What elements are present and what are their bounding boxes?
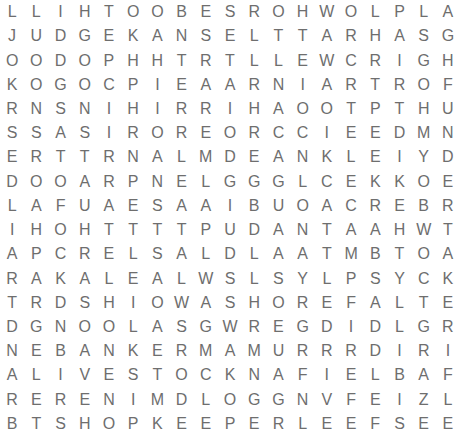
grid-cell-r3c11[interactable]: L (242, 48, 266, 72)
grid-cell-r15c15[interactable]: R (339, 339, 363, 363)
grid-cell-r11c17[interactable]: T (387, 242, 411, 266)
grid-cell-r2c18[interactable]: S (412, 24, 436, 48)
grid-cell-r18c8[interactable]: E (169, 412, 193, 436)
grid-cell-r2c4[interactable]: G (73, 24, 97, 48)
grid-cell-r1c14[interactable]: W (315, 0, 339, 24)
grid-cell-r9c13[interactable]: O (291, 194, 315, 218)
grid-cell-r1c6[interactable]: O (121, 0, 145, 24)
grid-cell-r6c2[interactable]: S (24, 121, 48, 145)
grid-cell-r13c7[interactable]: O (145, 291, 169, 315)
grid-cell-r5c7[interactable]: I (145, 97, 169, 121)
grid-cell-r8c10[interactable]: G (218, 170, 242, 194)
grid-cell-r12c1[interactable]: R (0, 266, 24, 290)
grid-cell-r4c9[interactable]: A (194, 73, 218, 97)
grid-cell-r8c18[interactable]: O (412, 170, 436, 194)
grid-cell-r3c1[interactable]: O (0, 48, 24, 72)
grid-cell-r9c12[interactable]: U (266, 194, 290, 218)
grid-cell-r18c1[interactable]: B (0, 412, 24, 436)
grid-cell-r3c13[interactable]: E (291, 48, 315, 72)
grid-cell-r17c11[interactable]: G (242, 388, 266, 412)
grid-cell-r6c4[interactable]: S (73, 121, 97, 145)
grid-cell-r4c6[interactable]: P (121, 73, 145, 97)
grid-cell-r5c1[interactable]: R (0, 97, 24, 121)
grid-cell-r1c11[interactable]: R (242, 0, 266, 24)
grid-cell-r13c15[interactable]: F (339, 291, 363, 315)
grid-cell-r13c3[interactable]: D (48, 291, 72, 315)
grid-cell-r5c4[interactable]: N (73, 97, 97, 121)
grid-cell-r6c12[interactable]: C (266, 121, 290, 145)
grid-cell-r11c4[interactable]: R (73, 242, 97, 266)
grid-cell-r4c5[interactable]: C (97, 73, 121, 97)
grid-cell-r17c18[interactable]: Z (412, 388, 436, 412)
grid-cell-r16c4[interactable]: V (73, 363, 97, 387)
grid-cell-r18c11[interactable]: E (242, 412, 266, 436)
grid-cell-r16c6[interactable]: S (121, 363, 145, 387)
grid-cell-r3c6[interactable]: H (121, 48, 145, 72)
grid-cell-r1c12[interactable]: O (266, 0, 290, 24)
grid-cell-r10c13[interactable]: N (291, 218, 315, 242)
grid-cell-r10c8[interactable]: T (169, 218, 193, 242)
grid-cell-r18c15[interactable]: E (339, 412, 363, 436)
grid-cell-r8c8[interactable]: E (169, 170, 193, 194)
grid-cell-r1c15[interactable]: O (339, 0, 363, 24)
grid-cell-r12c11[interactable]: L (242, 266, 266, 290)
grid-cell-r6c15[interactable]: E (339, 121, 363, 145)
grid-cell-r1c19[interactable]: A (436, 0, 460, 24)
grid-cell-r12c16[interactable]: S (363, 266, 387, 290)
grid-cell-r13c1[interactable]: T (0, 291, 24, 315)
grid-cell-r8c13[interactable]: L (291, 170, 315, 194)
grid-cell-r3c9[interactable]: R (194, 48, 218, 72)
grid-cell-r13c16[interactable]: A (363, 291, 387, 315)
grid-cell-r14c11[interactable]: R (242, 315, 266, 339)
grid-cell-r15c2[interactable]: E (24, 339, 48, 363)
grid-cell-r16c18[interactable]: A (412, 363, 436, 387)
grid-cell-r14c19[interactable]: R (436, 315, 460, 339)
grid-cell-r16c17[interactable]: B (387, 363, 411, 387)
grid-cell-r8c6[interactable]: P (121, 170, 145, 194)
grid-cell-r5c14[interactable]: O (315, 97, 339, 121)
grid-cell-r3c5[interactable]: P (97, 48, 121, 72)
grid-cell-r18c12[interactable]: R (266, 412, 290, 436)
grid-cell-r2c15[interactable]: R (339, 24, 363, 48)
grid-cell-r6c16[interactable]: E (363, 121, 387, 145)
grid-cell-r9c7[interactable]: S (145, 194, 169, 218)
grid-cell-r8c7[interactable]: N (145, 170, 169, 194)
grid-cell-r13c8[interactable]: W (169, 291, 193, 315)
grid-cell-r14c9[interactable]: G (194, 315, 218, 339)
grid-cell-r14c5[interactable]: O (97, 315, 121, 339)
grid-cell-r11c5[interactable]: E (97, 242, 121, 266)
grid-cell-r16c11[interactable]: N (242, 363, 266, 387)
grid-cell-r2c8[interactable]: N (169, 24, 193, 48)
grid-cell-r4c4[interactable]: O (73, 73, 97, 97)
grid-cell-r10c1[interactable]: I (0, 218, 24, 242)
grid-cell-r6c13[interactable]: C (291, 121, 315, 145)
grid-cell-r5c17[interactable]: T (387, 97, 411, 121)
grid-cell-r7c8[interactable]: L (169, 145, 193, 169)
grid-cell-r10c16[interactable]: A (363, 218, 387, 242)
grid-cell-r1c16[interactable]: L (363, 0, 387, 24)
grid-cell-r7c17[interactable]: I (387, 145, 411, 169)
grid-cell-r17c5[interactable]: N (97, 388, 121, 412)
grid-cell-r5c10[interactable]: I (218, 97, 242, 121)
grid-cell-r4c14[interactable]: A (315, 73, 339, 97)
grid-cell-r14c14[interactable]: D (315, 315, 339, 339)
grid-cell-r18c2[interactable]: T (24, 412, 48, 436)
grid-cell-r8c3[interactable]: O (48, 170, 72, 194)
grid-cell-r9c4[interactable]: U (73, 194, 97, 218)
grid-cell-r14c7[interactable]: A (145, 315, 169, 339)
grid-cell-r10c9[interactable]: P (194, 218, 218, 242)
grid-cell-r18c9[interactable]: E (194, 412, 218, 436)
grid-cell-r14c16[interactable]: D (363, 315, 387, 339)
grid-cell-r14c15[interactable]: I (339, 315, 363, 339)
grid-cell-r15c12[interactable]: U (266, 339, 290, 363)
grid-cell-r4c19[interactable]: F (436, 73, 460, 97)
grid-cell-r5c16[interactable]: P (363, 97, 387, 121)
grid-cell-r18c16[interactable]: F (363, 412, 387, 436)
grid-cell-r14c17[interactable]: L (387, 315, 411, 339)
grid-cell-r5c18[interactable]: H (412, 97, 436, 121)
grid-cell-r7c15[interactable]: L (339, 145, 363, 169)
grid-cell-r11c18[interactable]: O (412, 242, 436, 266)
grid-cell-r8c9[interactable]: L (194, 170, 218, 194)
grid-cell-r1c8[interactable]: B (169, 0, 193, 24)
grid-cell-r10c18[interactable]: W (412, 218, 436, 242)
grid-cell-r5c8[interactable]: R (169, 97, 193, 121)
grid-cell-r10c19[interactable]: T (436, 218, 460, 242)
grid-cell-r6c7[interactable]: O (145, 121, 169, 145)
grid-cell-r7c4[interactable]: T (73, 145, 97, 169)
grid-cell-r2c5[interactable]: E (97, 24, 121, 48)
grid-cell-r8c14[interactable]: C (315, 170, 339, 194)
grid-cell-r15c6[interactable]: K (121, 339, 145, 363)
grid-cell-r2c9[interactable]: S (194, 24, 218, 48)
grid-cell-r11c15[interactable]: M (339, 242, 363, 266)
grid-cell-r8c11[interactable]: G (242, 170, 266, 194)
grid-cell-r10c7[interactable]: T (145, 218, 169, 242)
grid-cell-r18c4[interactable]: H (73, 412, 97, 436)
grid-cell-r12c17[interactable]: Y (387, 266, 411, 290)
grid-cell-r6c11[interactable]: R (242, 121, 266, 145)
grid-cell-r2c1[interactable]: J (0, 24, 24, 48)
grid-cell-r10c2[interactable]: H (24, 218, 48, 242)
grid-cell-r11c6[interactable]: L (121, 242, 145, 266)
grid-cell-r15c11[interactable]: M (242, 339, 266, 363)
grid-cell-r1c1[interactable]: L (0, 0, 24, 24)
grid-cell-r7c18[interactable]: Y (412, 145, 436, 169)
grid-cell-r9c6[interactable]: E (121, 194, 145, 218)
grid-cell-r13c6[interactable]: I (121, 291, 145, 315)
grid-cell-r14c4[interactable]: O (73, 315, 97, 339)
grid-cell-r6c18[interactable]: M (412, 121, 436, 145)
grid-cell-r1c4[interactable]: H (73, 0, 97, 24)
grid-cell-r16c5[interactable]: E (97, 363, 121, 387)
grid-cell-r3c14[interactable]: W (315, 48, 339, 72)
grid-cell-r11c11[interactable]: L (242, 242, 266, 266)
grid-cell-r12c14[interactable]: L (315, 266, 339, 290)
grid-cell-r2c16[interactable]: H (363, 24, 387, 48)
grid-cell-r15c5[interactable]: N (97, 339, 121, 363)
grid-cell-r4c16[interactable]: T (363, 73, 387, 97)
grid-cell-r17c13[interactable]: N (291, 388, 315, 412)
grid-cell-r5c15[interactable]: T (339, 97, 363, 121)
grid-cell-r14c2[interactable]: G (24, 315, 48, 339)
grid-cell-r5c13[interactable]: O (291, 97, 315, 121)
grid-cell-r17c15[interactable]: F (339, 388, 363, 412)
grid-cell-r12c13[interactable]: Y (291, 266, 315, 290)
grid-cell-r2c17[interactable]: A (387, 24, 411, 48)
grid-cell-r8c1[interactable]: D (0, 170, 24, 194)
grid-cell-r15c10[interactable]: A (218, 339, 242, 363)
grid-cell-r11c2[interactable]: P (24, 242, 48, 266)
grid-cell-r18c5[interactable]: O (97, 412, 121, 436)
grid-cell-r13c4[interactable]: S (73, 291, 97, 315)
grid-cell-r1c17[interactable]: P (387, 0, 411, 24)
grid-cell-r4c17[interactable]: R (387, 73, 411, 97)
grid-cell-r13c17[interactable]: L (387, 291, 411, 315)
grid-cell-r15c8[interactable]: R (169, 339, 193, 363)
grid-cell-r2c10[interactable]: E (218, 24, 242, 48)
grid-cell-r17c8[interactable]: D (169, 388, 193, 412)
grid-cell-r7c7[interactable]: A (145, 145, 169, 169)
grid-cell-r9c19[interactable]: R (436, 194, 460, 218)
grid-cell-r7c16[interactable]: E (363, 145, 387, 169)
grid-cell-r16c2[interactable]: L (24, 363, 48, 387)
grid-cell-r9c2[interactable]: A (24, 194, 48, 218)
grid-cell-r17c14[interactable]: V (315, 388, 339, 412)
grid-cell-r17c1[interactable]: R (0, 388, 24, 412)
grid-cell-r8c19[interactable]: E (436, 170, 460, 194)
grid-cell-r17c17[interactable]: I (387, 388, 411, 412)
grid-cell-r7c9[interactable]: M (194, 145, 218, 169)
grid-cell-r13c11[interactable]: H (242, 291, 266, 315)
grid-cell-r4c13[interactable]: I (291, 73, 315, 97)
grid-cell-r7c3[interactable]: T (48, 145, 72, 169)
grid-cell-r5c3[interactable]: S (48, 97, 72, 121)
grid-cell-r9c1[interactable]: L (0, 194, 24, 218)
grid-cell-r4c15[interactable]: R (339, 73, 363, 97)
grid-cell-r16c16[interactable]: L (363, 363, 387, 387)
grid-cell-r1c13[interactable]: H (291, 0, 315, 24)
grid-cell-r2c12[interactable]: T (266, 24, 290, 48)
grid-cell-r4c12[interactable]: N (266, 73, 290, 97)
grid-cell-r3c2[interactable]: O (24, 48, 48, 72)
grid-cell-r11c8[interactable]: A (169, 242, 193, 266)
grid-cell-r13c12[interactable]: O (266, 291, 290, 315)
grid-cell-r3c4[interactable]: O (73, 48, 97, 72)
grid-cell-r10c14[interactable]: T (315, 218, 339, 242)
grid-cell-r13c9[interactable]: A (194, 291, 218, 315)
grid-cell-r14c12[interactable]: E (266, 315, 290, 339)
grid-cell-r18c18[interactable]: E (412, 412, 436, 436)
grid-cell-r7c10[interactable]: D (218, 145, 242, 169)
grid-cell-r2c13[interactable]: T (291, 24, 315, 48)
grid-cell-r12c4[interactable]: A (73, 266, 97, 290)
grid-cell-r11c12[interactable]: A (266, 242, 290, 266)
grid-cell-r6c3[interactable]: A (48, 121, 72, 145)
grid-cell-r1c5[interactable]: T (97, 0, 121, 24)
grid-cell-r13c5[interactable]: H (97, 291, 121, 315)
grid-cell-r6c5[interactable]: I (97, 121, 121, 145)
grid-cell-r16c10[interactable]: K (218, 363, 242, 387)
grid-cell-r18c6[interactable]: P (121, 412, 145, 436)
grid-cell-r12c12[interactable]: S (266, 266, 290, 290)
grid-cell-r9c17[interactable]: E (387, 194, 411, 218)
grid-cell-r15c19[interactable]: I (436, 339, 460, 363)
grid-cell-r17c19[interactable]: L (436, 388, 460, 412)
grid-cell-r15c4[interactable]: A (73, 339, 97, 363)
grid-cell-r5c2[interactable]: N (24, 97, 48, 121)
grid-cell-r2c14[interactable]: A (315, 24, 339, 48)
grid-cell-r9c8[interactable]: A (169, 194, 193, 218)
grid-cell-r6c8[interactable]: R (169, 121, 193, 145)
grid-cell-r5c11[interactable]: H (242, 97, 266, 121)
grid-cell-r12c2[interactable]: A (24, 266, 48, 290)
grid-cell-r1c9[interactable]: E (194, 0, 218, 24)
grid-cell-r12c9[interactable]: W (194, 266, 218, 290)
grid-cell-r7c11[interactable]: E (242, 145, 266, 169)
grid-cell-r17c12[interactable]: G (266, 388, 290, 412)
grid-cell-r14c10[interactable]: W (218, 315, 242, 339)
grid-cell-r16c1[interactable]: A (0, 363, 24, 387)
grid-cell-r15c16[interactable]: D (363, 339, 387, 363)
grid-cell-r2c7[interactable]: A (145, 24, 169, 48)
grid-cell-r10c12[interactable]: A (266, 218, 290, 242)
grid-cell-r10c3[interactable]: O (48, 218, 72, 242)
grid-cell-r10c11[interactable]: D (242, 218, 266, 242)
grid-cell-r11c3[interactable]: C (48, 242, 72, 266)
grid-cell-r12c18[interactable]: C (412, 266, 436, 290)
grid-cell-r4c1[interactable]: K (0, 73, 24, 97)
grid-cell-r10c5[interactable]: T (97, 218, 121, 242)
grid-cell-r6c19[interactable]: N (436, 121, 460, 145)
grid-cell-r17c16[interactable]: E (363, 388, 387, 412)
grid-cell-r6c17[interactable]: D (387, 121, 411, 145)
grid-cell-r8c5[interactable]: R (97, 170, 121, 194)
grid-cell-r11c7[interactable]: S (145, 242, 169, 266)
grid-cell-r15c1[interactable]: N (0, 339, 24, 363)
grid-cell-r13c14[interactable]: E (315, 291, 339, 315)
grid-cell-r1c2[interactable]: L (24, 0, 48, 24)
grid-cell-r3c3[interactable]: D (48, 48, 72, 72)
grid-cell-r9c16[interactable]: R (363, 194, 387, 218)
grid-cell-r10c15[interactable]: A (339, 218, 363, 242)
grid-cell-r8c16[interactable]: K (363, 170, 387, 194)
grid-cell-r16c14[interactable]: I (315, 363, 339, 387)
grid-cell-r15c9[interactable]: M (194, 339, 218, 363)
grid-cell-r4c11[interactable]: R (242, 73, 266, 97)
grid-cell-r18c7[interactable]: K (145, 412, 169, 436)
grid-cell-r6c10[interactable]: O (218, 121, 242, 145)
grid-cell-r7c1[interactable]: E (0, 145, 24, 169)
grid-cell-r5c9[interactable]: R (194, 97, 218, 121)
grid-cell-r3c8[interactable]: T (169, 48, 193, 72)
grid-cell-r16c15[interactable]: E (339, 363, 363, 387)
grid-cell-r15c3[interactable]: B (48, 339, 72, 363)
grid-cell-r12c5[interactable]: L (97, 266, 121, 290)
grid-cell-r11c10[interactable]: D (218, 242, 242, 266)
grid-cell-r4c10[interactable]: A (218, 73, 242, 97)
grid-cell-r15c18[interactable]: R (412, 339, 436, 363)
grid-cell-r18c14[interactable]: E (315, 412, 339, 436)
grid-cell-r15c17[interactable]: I (387, 339, 411, 363)
grid-cell-r6c14[interactable]: I (315, 121, 339, 145)
grid-cell-r13c10[interactable]: S (218, 291, 242, 315)
grid-cell-r16c8[interactable]: O (169, 363, 193, 387)
grid-cell-r18c10[interactable]: P (218, 412, 242, 436)
grid-cell-r2c19[interactable]: G (436, 24, 460, 48)
grid-cell-r17c10[interactable]: O (218, 388, 242, 412)
grid-cell-r13c2[interactable]: R (24, 291, 48, 315)
grid-cell-r12c3[interactable]: K (48, 266, 72, 290)
grid-cell-r11c9[interactable]: L (194, 242, 218, 266)
grid-cell-r8c17[interactable]: K (387, 170, 411, 194)
grid-cell-r16c12[interactable]: A (266, 363, 290, 387)
grid-cell-r9c9[interactable]: A (194, 194, 218, 218)
grid-cell-r12c6[interactable]: E (121, 266, 145, 290)
grid-cell-r7c19[interactable]: D (436, 145, 460, 169)
grid-cell-r9c5[interactable]: A (97, 194, 121, 218)
grid-cell-r15c13[interactable]: R (291, 339, 315, 363)
grid-cell-r7c6[interactable]: N (121, 145, 145, 169)
grid-cell-r16c9[interactable]: C (194, 363, 218, 387)
grid-cell-r11c1[interactable]: A (0, 242, 24, 266)
grid-cell-r8c12[interactable]: G (266, 170, 290, 194)
grid-cell-r4c8[interactable]: E (169, 73, 193, 97)
grid-cell-r17c4[interactable]: E (73, 388, 97, 412)
grid-cell-r10c17[interactable]: H (387, 218, 411, 242)
grid-cell-r9c10[interactable]: I (218, 194, 242, 218)
grid-cell-r14c18[interactable]: G (412, 315, 436, 339)
grid-cell-r12c7[interactable]: A (145, 266, 169, 290)
grid-cell-r6c9[interactable]: E (194, 121, 218, 145)
grid-cell-r14c8[interactable]: S (169, 315, 193, 339)
grid-cell-r17c9[interactable]: L (194, 388, 218, 412)
grid-cell-r2c2[interactable]: U (24, 24, 48, 48)
grid-cell-r3c7[interactable]: H (145, 48, 169, 72)
grid-cell-r3c18[interactable]: G (412, 48, 436, 72)
grid-cell-r7c5[interactable]: R (97, 145, 121, 169)
grid-cell-r9c14[interactable]: A (315, 194, 339, 218)
grid-cell-r4c7[interactable]: I (145, 73, 169, 97)
grid-cell-r12c19[interactable]: K (436, 266, 460, 290)
grid-cell-r4c2[interactable]: O (24, 73, 48, 97)
grid-cell-r9c15[interactable]: C (339, 194, 363, 218)
grid-cell-r8c4[interactable]: A (73, 170, 97, 194)
grid-cell-r10c10[interactable]: U (218, 218, 242, 242)
grid-cell-r10c4[interactable]: H (73, 218, 97, 242)
grid-cell-r18c19[interactable]: E (436, 412, 460, 436)
grid-cell-r8c15[interactable]: E (339, 170, 363, 194)
grid-cell-r2c6[interactable]: K (121, 24, 145, 48)
grid-cell-r17c7[interactable]: M (145, 388, 169, 412)
grid-cell-r1c18[interactable]: L (412, 0, 436, 24)
grid-cell-r15c7[interactable]: E (145, 339, 169, 363)
grid-cell-r3c15[interactable]: C (339, 48, 363, 72)
grid-cell-r11c16[interactable]: B (363, 242, 387, 266)
grid-cell-r14c6[interactable]: L (121, 315, 145, 339)
grid-cell-r9c11[interactable]: B (242, 194, 266, 218)
grid-cell-r13c13[interactable]: R (291, 291, 315, 315)
grid-cell-r14c3[interactable]: N (48, 315, 72, 339)
grid-cell-r5c5[interactable]: I (97, 97, 121, 121)
grid-cell-r10c6[interactable]: T (121, 218, 145, 242)
grid-cell-r7c13[interactable]: N (291, 145, 315, 169)
grid-cell-r5c19[interactable]: U (436, 97, 460, 121)
grid-cell-r13c19[interactable]: E (436, 291, 460, 315)
